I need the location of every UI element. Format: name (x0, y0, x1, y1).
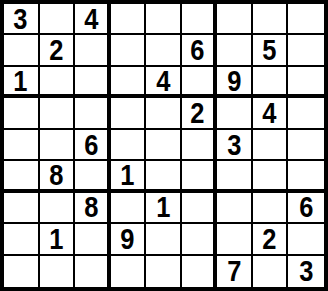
cell-digit: 3 (227, 130, 241, 160)
sudoku-cell-r9c1[interactable] (4, 256, 40, 287)
sudoku-cell-r9c3[interactable] (75, 256, 111, 287)
sudoku-cell-r1c1[interactable]: 3 (4, 4, 40, 35)
sudoku-cell-r5c2[interactable] (40, 130, 76, 161)
sudoku-cell-r5c4[interactable] (111, 130, 147, 161)
sudoku-cell-r8c2[interactable]: 1 (40, 224, 76, 255)
sudoku-cell-r9c4[interactable] (111, 256, 147, 287)
sudoku-cell-r1c8[interactable] (253, 4, 289, 35)
sudoku-cell-r8c6[interactable] (182, 224, 218, 255)
sudoku-cell-r3c2[interactable] (40, 67, 76, 98)
cell-digit: 9 (227, 67, 241, 96)
sudoku-cell-r1c5[interactable] (146, 4, 182, 35)
sudoku-cell-r1c4[interactable] (111, 4, 147, 35)
cell-digit: 6 (190, 35, 204, 65)
sudoku-cell-r4c5[interactable] (146, 98, 182, 129)
sudoku-cell-r4c6[interactable]: 2 (182, 98, 218, 129)
sudoku-cell-r4c8[interactable]: 4 (253, 98, 289, 129)
sudoku-cell-r7c7[interactable] (217, 193, 253, 224)
sudoku-cell-r7c8[interactable] (253, 193, 289, 224)
sudoku-cell-r1c6[interactable] (182, 4, 218, 35)
sudoku-cell-r8c9[interactable] (288, 224, 324, 255)
sudoku-cell-r6c4[interactable]: 1 (111, 161, 147, 192)
cell-digit: 1 (120, 161, 134, 190)
sudoku-cell-r5c7[interactable]: 3 (217, 130, 253, 161)
sudoku-cell-r6c9[interactable] (288, 161, 324, 192)
sudoku-cell-r6c1[interactable] (4, 161, 40, 192)
sudoku-cell-r2c2[interactable]: 2 (40, 35, 76, 66)
sudoku-cell-r2c7[interactable] (217, 35, 253, 66)
sudoku-cell-r9c7[interactable]: 7 (217, 256, 253, 287)
sudoku-cell-r1c2[interactable] (40, 4, 76, 35)
sudoku-cell-r9c8[interactable] (253, 256, 289, 287)
cell-digit: 1 (156, 193, 170, 223)
cell-digit: 6 (299, 193, 313, 223)
sudoku-cell-r7c2[interactable] (40, 193, 76, 224)
sudoku-cell-r8c7[interactable] (217, 224, 253, 255)
sudoku-cell-r5c3[interactable]: 6 (75, 130, 111, 161)
sudoku-cell-r6c5[interactable] (146, 161, 182, 192)
sudoku-cell-r3c9[interactable] (288, 67, 324, 98)
sudoku-cell-r4c3[interactable] (75, 98, 111, 129)
sudoku-cell-r8c4[interactable]: 9 (111, 224, 147, 255)
cell-digit: 8 (84, 193, 98, 223)
sudoku-cell-r1c7[interactable] (217, 4, 253, 35)
sudoku-cell-r4c4[interactable] (111, 98, 147, 129)
sudoku-cell-r6c7[interactable] (217, 161, 253, 192)
sudoku-cell-r2c9[interactable] (288, 35, 324, 66)
sudoku-cell-r1c9[interactable] (288, 4, 324, 35)
sudoku-cell-r2c6[interactable]: 6 (182, 35, 218, 66)
sudoku-cell-r3c4[interactable] (111, 67, 147, 98)
cell-digit: 1 (49, 224, 63, 254)
sudoku-cell-r3c3[interactable] (75, 67, 111, 98)
sudoku-cell-r4c1[interactable] (4, 98, 40, 129)
cell-digit: 4 (263, 98, 277, 128)
sudoku-cell-r3c8[interactable] (253, 67, 289, 98)
sudoku-cell-r7c1[interactable] (4, 193, 40, 224)
cell-digit: 2 (190, 98, 204, 128)
sudoku-cell-r2c1[interactable] (4, 35, 40, 66)
sudoku-cell-r6c3[interactable] (75, 161, 111, 192)
sudoku-cell-r5c8[interactable] (253, 130, 289, 161)
sudoku-cell-r6c2[interactable]: 8 (40, 161, 76, 192)
sudoku-cell-r5c1[interactable] (4, 130, 40, 161)
sudoku-cell-r1c3[interactable]: 4 (75, 4, 111, 35)
sudoku-cell-r5c9[interactable] (288, 130, 324, 161)
sudoku-cell-r7c9[interactable]: 6 (288, 193, 324, 224)
cell-digit: 1 (14, 67, 28, 96)
sudoku-cell-r4c7[interactable] (217, 98, 253, 129)
cell-digit: 7 (227, 256, 241, 286)
cell-digit: 4 (156, 67, 170, 96)
sudoku-cell-r3c6[interactable] (182, 67, 218, 98)
sudoku-cell-r3c7[interactable]: 9 (217, 67, 253, 98)
sudoku-cell-r6c6[interactable] (182, 161, 218, 192)
sudoku-cell-r9c2[interactable] (40, 256, 76, 287)
sudoku-cell-r4c9[interactable] (288, 98, 324, 129)
sudoku-cell-r9c5[interactable] (146, 256, 182, 287)
cell-digit: 5 (263, 35, 277, 65)
sudoku-cell-r2c5[interactable] (146, 35, 182, 66)
sudoku-cell-r9c9[interactable]: 3 (288, 256, 324, 287)
sudoku-cell-r7c6[interactable] (182, 193, 218, 224)
sudoku-cell-r5c6[interactable] (182, 130, 218, 161)
sudoku-cell-r2c4[interactable] (111, 35, 147, 66)
sudoku-cell-r3c1[interactable]: 1 (4, 67, 40, 98)
sudoku-cell-r6c8[interactable] (253, 161, 289, 192)
sudoku-cell-r7c4[interactable] (111, 193, 147, 224)
cell-digit: 6 (84, 130, 98, 160)
cell-digit: 3 (14, 4, 28, 34)
sudoku-cell-r8c3[interactable] (75, 224, 111, 255)
cell-digit: 4 (84, 4, 98, 34)
sudoku-cell-r4c2[interactable] (40, 98, 76, 129)
cell-digit: 3 (299, 256, 313, 286)
sudoku-cell-r8c8[interactable]: 2 (253, 224, 289, 255)
sudoku-cell-r8c1[interactable] (4, 224, 40, 255)
sudoku-cell-r3c5[interactable]: 4 (146, 67, 182, 98)
sudoku-cell-r5c5[interactable] (146, 130, 182, 161)
sudoku-cell-r7c5[interactable]: 1 (146, 193, 182, 224)
sudoku-cell-r2c3[interactable] (75, 35, 111, 66)
sudoku-cell-r9c6[interactable] (182, 256, 218, 287)
cell-digit: 2 (263, 224, 277, 254)
cell-digit: 9 (120, 224, 134, 254)
cell-digit: 2 (49, 35, 63, 65)
sudoku-board: 3426514924638181619273 (0, 0, 328, 291)
sudoku-cell-r2c8[interactable]: 5 (253, 35, 289, 66)
sudoku-cell-r7c3[interactable]: 8 (75, 193, 111, 224)
sudoku-cell-r8c5[interactable] (146, 224, 182, 255)
cell-digit: 8 (49, 161, 63, 190)
